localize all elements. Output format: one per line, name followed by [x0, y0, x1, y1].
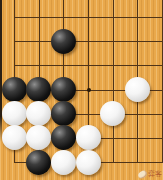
white-stone	[2, 101, 27, 126]
go-diagram: 弈客	[0, 0, 163, 180]
white-stone	[76, 150, 101, 175]
watermark-text: 弈客	[148, 170, 162, 178]
watermark: 弈客	[138, 170, 162, 178]
black-stone	[51, 101, 76, 126]
black-stone	[51, 125, 76, 150]
black-stone	[26, 77, 51, 102]
black-stone	[26, 150, 51, 175]
grid-hline	[14, 65, 163, 66]
white-stone	[26, 125, 51, 150]
white-stone	[26, 101, 51, 126]
white-stone	[76, 125, 101, 150]
watermark-logo-icon	[137, 169, 148, 178]
black-stone	[2, 77, 27, 102]
black-stone	[51, 77, 76, 102]
white-stone	[2, 125, 27, 150]
star-point	[87, 88, 91, 92]
white-stone	[51, 150, 76, 175]
white-stone	[100, 101, 125, 126]
black-stone	[51, 29, 76, 54]
board-left-edge-shadow	[0, 0, 2, 142]
grid-hline	[14, 17, 163, 18]
grid-hline	[14, 41, 163, 42]
white-stone	[125, 77, 150, 102]
